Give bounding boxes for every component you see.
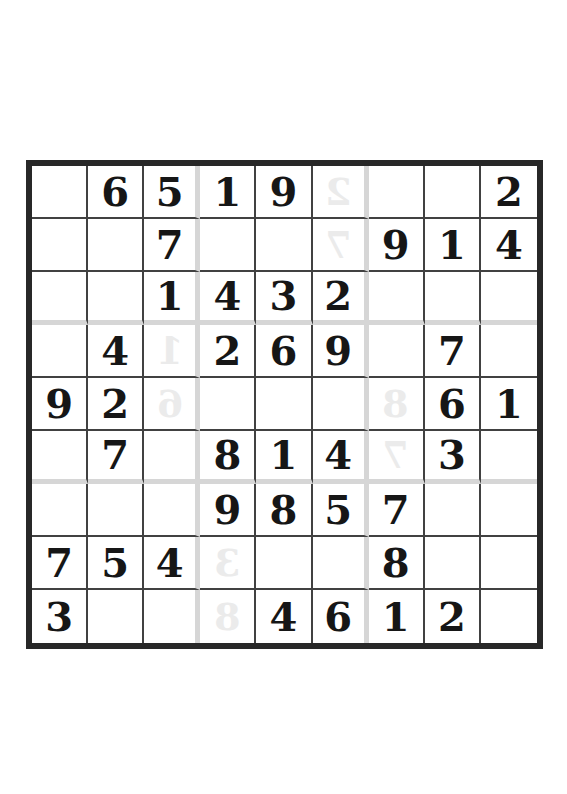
cell-r9c3[interactable] xyxy=(144,590,200,643)
ghost-showthrough-digit: 7 xyxy=(325,226,351,264)
cell-r5c9[interactable]: 1 xyxy=(481,378,537,431)
cell-r2c6[interactable]: 7 xyxy=(313,219,369,272)
cell-r3c4[interactable]: 4 xyxy=(200,272,256,325)
cell-r1c7[interactable] xyxy=(369,166,425,219)
given-digit: 1 xyxy=(156,276,184,316)
cell-r4c1[interactable] xyxy=(32,325,88,378)
cell-r6c7[interactable]: 7 xyxy=(369,431,425,484)
cell-r9c8[interactable]: 2 xyxy=(425,590,481,643)
given-digit: 7 xyxy=(156,225,184,265)
given-digit: 4 xyxy=(324,435,352,475)
cell-r3c8[interactable] xyxy=(425,272,481,325)
cell-r6c4[interactable]: 8 xyxy=(200,431,256,484)
cell-r7c3[interactable] xyxy=(144,484,200,537)
given-digit: 1 xyxy=(213,172,241,212)
cell-r1c6[interactable]: 2 xyxy=(313,166,369,219)
given-digit: 6 xyxy=(101,172,129,212)
cell-r3c1[interactable] xyxy=(32,272,88,325)
given-digit: 2 xyxy=(438,597,466,637)
given-digit: 4 xyxy=(101,331,129,371)
cell-r2c5[interactable] xyxy=(256,219,312,272)
cell-r9c6[interactable]: 6 xyxy=(313,590,369,643)
cell-r9c1[interactable]: 3 xyxy=(32,590,88,643)
given-digit: 7 xyxy=(101,435,129,475)
ghost-showthrough-digit: 3 xyxy=(214,544,240,582)
sudoku-page: 6519227791414324126979268617814739857754… xyxy=(0,0,567,794)
cell-r1c3[interactable]: 5 xyxy=(144,166,200,219)
cell-r1c9[interactable]: 2 xyxy=(481,166,537,219)
cell-r7c9[interactable] xyxy=(481,484,537,537)
cell-r6c5[interactable]: 1 xyxy=(256,431,312,484)
cell-r4c6[interactable]: 9 xyxy=(313,325,369,378)
given-digit: 6 xyxy=(270,331,298,371)
cell-r3c7[interactable] xyxy=(369,272,425,325)
cell-r8c9[interactable] xyxy=(481,537,537,590)
cell-r3c6[interactable]: 2 xyxy=(313,272,369,325)
cell-r8c2[interactable]: 5 xyxy=(88,537,144,590)
cell-r2c3[interactable]: 7 xyxy=(144,219,200,272)
cell-r7c5[interactable]: 8 xyxy=(256,484,312,537)
given-digit: 7 xyxy=(382,490,410,530)
cell-r2c2[interactable] xyxy=(88,219,144,272)
given-digit: 4 xyxy=(156,543,184,583)
cell-r8c6[interactable] xyxy=(313,537,369,590)
cell-r4c5[interactable]: 6 xyxy=(256,325,312,378)
cell-r9c2[interactable] xyxy=(88,590,144,643)
cell-r6c1[interactable] xyxy=(32,431,88,484)
cell-r7c7[interactable]: 7 xyxy=(369,484,425,537)
given-digit: 9 xyxy=(213,490,241,530)
given-digit: 3 xyxy=(438,435,466,475)
cell-r2c1[interactable] xyxy=(32,219,88,272)
given-digit: 2 xyxy=(213,331,241,371)
given-digit: 9 xyxy=(382,225,410,265)
cell-r7c1[interactable] xyxy=(32,484,88,537)
given-digit: 9 xyxy=(324,331,352,371)
given-digit: 5 xyxy=(156,172,184,212)
given-digit: 5 xyxy=(324,490,352,530)
given-digit: 1 xyxy=(495,384,523,424)
given-digit: 9 xyxy=(270,172,298,212)
cell-r9c9[interactable] xyxy=(481,590,537,643)
cell-r2c4[interactable] xyxy=(200,219,256,272)
cell-r4c3[interactable]: 1 xyxy=(144,325,200,378)
cell-r5c5[interactable] xyxy=(256,378,312,431)
cell-r8c5[interactable] xyxy=(256,537,312,590)
cell-r2c8[interactable]: 1 xyxy=(425,219,481,272)
cell-r4c4[interactable]: 2 xyxy=(200,325,256,378)
cell-r8c7[interactable]: 8 xyxy=(369,537,425,590)
cell-r3c9[interactable] xyxy=(481,272,537,325)
ghost-showthrough-digit: 1 xyxy=(157,332,183,370)
ghost-showthrough-digit: 8 xyxy=(214,598,240,636)
cell-r6c9[interactable] xyxy=(481,431,537,484)
cell-r7c6[interactable]: 5 xyxy=(313,484,369,537)
cell-r4c7[interactable] xyxy=(369,325,425,378)
cell-r1c4[interactable]: 1 xyxy=(200,166,256,219)
ghost-showthrough-digit: 6 xyxy=(157,385,183,423)
cell-r9c4[interactable]: 8 xyxy=(200,590,256,643)
cell-r5c2[interactable]: 2 xyxy=(88,378,144,431)
cell-r8c4[interactable]: 3 xyxy=(200,537,256,590)
given-digit: 2 xyxy=(101,384,129,424)
cell-r5c1[interactable]: 9 xyxy=(32,378,88,431)
given-digit: 8 xyxy=(270,490,298,530)
given-digit: 3 xyxy=(270,276,298,316)
given-digit: 6 xyxy=(438,384,466,424)
cell-r1c1[interactable] xyxy=(32,166,88,219)
cell-r8c1[interactable]: 7 xyxy=(32,537,88,590)
cell-r1c8[interactable] xyxy=(425,166,481,219)
sudoku-board: 6519227791414324126979268617814739857754… xyxy=(26,160,543,649)
ghost-showthrough-digit: 7 xyxy=(382,436,408,474)
given-digit: 4 xyxy=(270,597,298,637)
cell-r6c3[interactable] xyxy=(144,431,200,484)
cell-r3c5[interactable]: 3 xyxy=(256,272,312,325)
given-digit: 2 xyxy=(495,172,523,212)
given-digit: 9 xyxy=(45,384,73,424)
cell-r5c3[interactable]: 6 xyxy=(144,378,200,431)
cell-r4c9[interactable] xyxy=(481,325,537,378)
cell-r7c8[interactable] xyxy=(425,484,481,537)
given-digit: 1 xyxy=(438,225,466,265)
cell-r7c2[interactable] xyxy=(88,484,144,537)
cell-r3c3[interactable]: 1 xyxy=(144,272,200,325)
given-digit: 7 xyxy=(45,543,73,583)
ghost-showthrough-digit: 2 xyxy=(325,173,351,211)
given-digit: 2 xyxy=(324,276,352,316)
cell-r6c6[interactable]: 4 xyxy=(313,431,369,484)
cell-r8c8[interactable] xyxy=(425,537,481,590)
given-digit: 1 xyxy=(382,597,410,637)
cell-r4c2[interactable]: 4 xyxy=(88,325,144,378)
cell-r5c4[interactable] xyxy=(200,378,256,431)
given-digit: 7 xyxy=(438,331,466,371)
cell-r6c2[interactable]: 7 xyxy=(88,431,144,484)
cell-r5c6[interactable] xyxy=(313,378,369,431)
ghost-showthrough-digit: 8 xyxy=(382,385,408,423)
cell-r1c5[interactable]: 9 xyxy=(256,166,312,219)
given-digit: 8 xyxy=(382,543,410,583)
cell-r5c8[interactable]: 6 xyxy=(425,378,481,431)
given-digit: 4 xyxy=(495,225,523,265)
cell-r2c9[interactable]: 4 xyxy=(481,219,537,272)
cell-r4c8[interactable]: 7 xyxy=(425,325,481,378)
cell-r9c7[interactable]: 1 xyxy=(369,590,425,643)
cell-r9c5[interactable]: 4 xyxy=(256,590,312,643)
given-digit: 5 xyxy=(101,543,129,583)
cell-r1c2[interactable]: 6 xyxy=(88,166,144,219)
given-digit: 6 xyxy=(324,597,352,637)
cell-r6c8[interactable]: 3 xyxy=(425,431,481,484)
given-digit: 4 xyxy=(213,276,241,316)
given-digit: 3 xyxy=(45,597,73,637)
cell-r5c7[interactable]: 8 xyxy=(369,378,425,431)
cell-r7c4[interactable]: 9 xyxy=(200,484,256,537)
cell-r3c2[interactable] xyxy=(88,272,144,325)
given-digit: 8 xyxy=(213,435,241,475)
given-digit: 1 xyxy=(270,435,298,475)
cell-r2c7[interactable]: 9 xyxy=(369,219,425,272)
cell-r8c3[interactable]: 4 xyxy=(144,537,200,590)
